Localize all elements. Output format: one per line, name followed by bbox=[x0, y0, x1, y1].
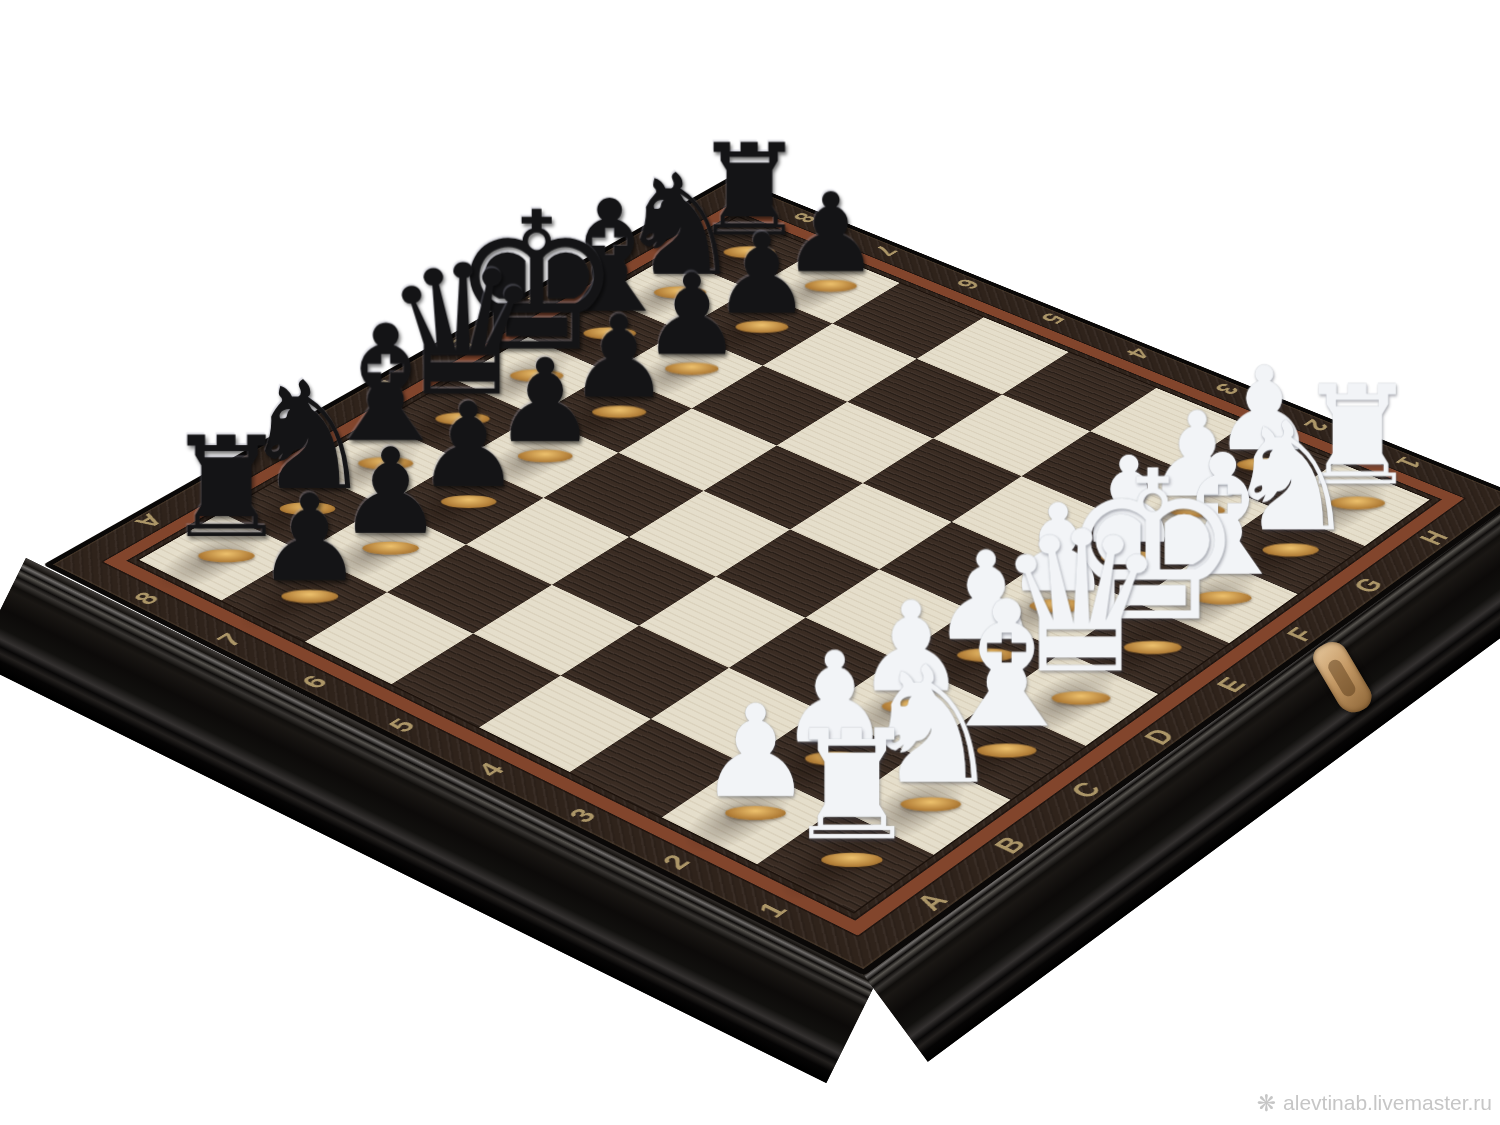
piece-billboard: ♟ bbox=[218, 478, 402, 598]
scene: AA11BB22CC33DD44EE55FF66GG77HH88 ♜♟♞♟♝♟♚… bbox=[0, 0, 1500, 1125]
chess-board: AA11BB22CC33DD44EE55FF66GG77HH88 ♜♟♞♟♝♟♚… bbox=[43, 176, 1500, 976]
piece-billboard: ♜ bbox=[753, 711, 951, 862]
pawn-glyph: ♟ bbox=[218, 478, 402, 598]
pieces-layer: ♜♟♞♟♝♟♚♟♛♟♝♟♟♜♞♟♟♞♜♟♟♝♟♚♟♛♟♝♟♞♟♜ bbox=[43, 175, 1500, 974]
livemaster-logo-icon: ❋ bbox=[1257, 1092, 1276, 1115]
product-photo-stage: AA11BB22CC33DD44EE55FF66GG77HH88 ♜♟♞♟♝♟♚… bbox=[0, 0, 1500, 1125]
rook-glyph: ♜ bbox=[753, 711, 951, 862]
watermark-text: alevtinab.livemaster.ru bbox=[1283, 1091, 1492, 1115]
watermark: ❋ alevtinab.livemaster.ru bbox=[1257, 1091, 1492, 1115]
